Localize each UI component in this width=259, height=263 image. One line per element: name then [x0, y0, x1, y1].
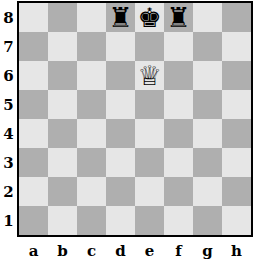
square-c5[interactable]: [77, 90, 106, 119]
file-label-a: a: [19, 242, 48, 260]
square-e4[interactable]: [135, 119, 164, 148]
square-e5[interactable]: [135, 90, 164, 119]
square-a5[interactable]: [19, 90, 48, 119]
rank-label-5: 5: [0, 90, 17, 119]
square-d1[interactable]: [106, 206, 135, 235]
square-d6[interactable]: [106, 61, 135, 90]
square-f2[interactable]: [164, 177, 193, 206]
file-label-b: b: [48, 242, 77, 260]
square-a2[interactable]: [19, 177, 48, 206]
black-rook-d8[interactable]: ♜: [108, 3, 132, 32]
square-h4[interactable]: [222, 119, 251, 148]
square-g7[interactable]: [193, 32, 222, 61]
square-d3[interactable]: [106, 148, 135, 177]
square-c8[interactable]: [77, 3, 106, 32]
square-f8[interactable]: ♜: [164, 3, 193, 32]
square-b7[interactable]: [48, 32, 77, 61]
square-a6[interactable]: [19, 61, 48, 90]
file-label-g: g: [193, 242, 222, 260]
black-king-e8[interactable]: ♚: [137, 3, 161, 32]
square-c3[interactable]: [77, 148, 106, 177]
file-label-c: c: [77, 242, 106, 260]
file-label-f: f: [164, 242, 193, 260]
square-e2[interactable]: [135, 177, 164, 206]
square-c6[interactable]: [77, 61, 106, 90]
square-d7[interactable]: [106, 32, 135, 61]
square-b8[interactable]: [48, 3, 77, 32]
rank-label-3: 3: [0, 148, 17, 177]
square-e1[interactable]: [135, 206, 164, 235]
square-h2[interactable]: [222, 177, 251, 206]
square-a8[interactable]: [19, 3, 48, 32]
rank-label-7: 7: [0, 32, 17, 61]
square-b2[interactable]: [48, 177, 77, 206]
square-e7[interactable]: [135, 32, 164, 61]
file-labels: abcdefgh: [17, 237, 253, 263]
square-f7[interactable]: [164, 32, 193, 61]
square-a1[interactable]: [19, 206, 48, 235]
rank-labels: 87654321: [0, 1, 17, 237]
square-g3[interactable]: [193, 148, 222, 177]
square-f6[interactable]: [164, 61, 193, 90]
square-g6[interactable]: [193, 61, 222, 90]
rank-label-6: 6: [0, 61, 17, 90]
square-d5[interactable]: [106, 90, 135, 119]
file-label-h: h: [222, 242, 251, 260]
square-e3[interactable]: [135, 148, 164, 177]
square-c1[interactable]: [77, 206, 106, 235]
square-h5[interactable]: [222, 90, 251, 119]
square-b5[interactable]: [48, 90, 77, 119]
chess-board[interactable]: ♜♚♜♕: [17, 1, 253, 237]
square-b1[interactable]: [48, 206, 77, 235]
square-h1[interactable]: [222, 206, 251, 235]
square-g2[interactable]: [193, 177, 222, 206]
square-f4[interactable]: [164, 119, 193, 148]
square-d2[interactable]: [106, 177, 135, 206]
square-d8[interactable]: ♜: [106, 3, 135, 32]
square-a3[interactable]: [19, 148, 48, 177]
square-d4[interactable]: [106, 119, 135, 148]
square-f1[interactable]: [164, 206, 193, 235]
square-g1[interactable]: [193, 206, 222, 235]
square-c2[interactable]: [77, 177, 106, 206]
square-e8[interactable]: ♚: [135, 3, 164, 32]
rank-label-1: 1: [0, 206, 17, 235]
square-a7[interactable]: [19, 32, 48, 61]
rank-label-8: 8: [0, 3, 17, 32]
square-b6[interactable]: [48, 61, 77, 90]
chess-diagram: 87654321 ♜♚♜♕ abcdefgh: [0, 0, 259, 263]
square-h3[interactable]: [222, 148, 251, 177]
file-label-d: d: [106, 242, 135, 260]
square-g4[interactable]: [193, 119, 222, 148]
rank-label-4: 4: [0, 119, 17, 148]
square-f3[interactable]: [164, 148, 193, 177]
square-h8[interactable]: [222, 3, 251, 32]
square-c7[interactable]: [77, 32, 106, 61]
square-b4[interactable]: [48, 119, 77, 148]
square-a4[interactable]: [19, 119, 48, 148]
square-b3[interactable]: [48, 148, 77, 177]
square-f5[interactable]: [164, 90, 193, 119]
square-h6[interactable]: [222, 61, 251, 90]
square-e6[interactable]: ♕: [135, 61, 164, 90]
rank-label-2: 2: [0, 177, 17, 206]
square-g5[interactable]: [193, 90, 222, 119]
square-c4[interactable]: [77, 119, 106, 148]
black-rook-f8[interactable]: ♜: [166, 3, 190, 32]
file-label-e: e: [135, 242, 164, 260]
square-h7[interactable]: [222, 32, 251, 61]
square-g8[interactable]: [193, 3, 222, 32]
white-queen-e6[interactable]: ♕: [137, 61, 161, 90]
